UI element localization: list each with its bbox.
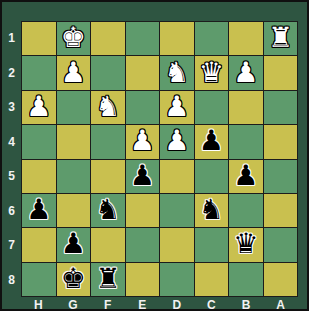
white-pawn: ♟ — [26, 93, 51, 122]
file-label-c: C — [194, 297, 229, 311]
square-f3[interactable]: ♞ — [91, 91, 125, 124]
black-knight: ♞ — [199, 196, 224, 225]
rank-label-6: 6 — [2, 194, 21, 229]
square-a2[interactable] — [264, 56, 298, 89]
white-pawn: ♟ — [130, 127, 155, 156]
square-d6[interactable] — [160, 194, 194, 227]
square-a4[interactable] — [264, 125, 298, 158]
square-h4[interactable] — [22, 125, 56, 158]
chess-board-frame: 12345678 ♚♜♟♞♛♟♟♞♟♟♟♟♟♟♟♞♞♟♛♚♜ HGFEDCBA — [0, 0, 309, 311]
square-c1[interactable] — [195, 22, 229, 55]
square-h2[interactable] — [22, 56, 56, 89]
square-b2[interactable]: ♟ — [229, 56, 263, 89]
black-rook: ♜ — [95, 265, 120, 294]
square-b1[interactable] — [229, 22, 263, 55]
black-pawn: ♟ — [26, 196, 51, 225]
square-c8[interactable] — [195, 263, 229, 296]
square-g7[interactable]: ♟ — [57, 228, 91, 261]
square-e8[interactable] — [126, 263, 160, 296]
square-f8[interactable]: ♜ — [91, 263, 125, 296]
square-b3[interactable] — [229, 91, 263, 124]
square-g1[interactable]: ♚ — [57, 22, 91, 55]
square-d2[interactable]: ♞ — [160, 56, 194, 89]
file-labels: HGFEDCBA — [21, 297, 298, 311]
square-f5[interactable] — [91, 160, 125, 193]
black-pawn: ♟ — [130, 162, 155, 191]
square-c2[interactable]: ♛ — [195, 56, 229, 89]
square-a1[interactable]: ♜ — [264, 22, 298, 55]
square-c5[interactable] — [195, 160, 229, 193]
white-pawn: ♟ — [164, 127, 189, 156]
square-a5[interactable] — [264, 160, 298, 193]
square-h7[interactable] — [22, 228, 56, 261]
square-f6[interactable]: ♞ — [91, 194, 125, 227]
square-e4[interactable]: ♟ — [126, 125, 160, 158]
square-c4[interactable]: ♟ — [195, 125, 229, 158]
black-knight: ♞ — [95, 196, 120, 225]
square-h6[interactable]: ♟ — [22, 194, 56, 227]
square-e5[interactable]: ♟ — [126, 160, 160, 193]
square-f2[interactable] — [91, 56, 125, 89]
square-e1[interactable] — [126, 22, 160, 55]
file-label-f: F — [90, 297, 125, 311]
square-d5[interactable] — [160, 160, 194, 193]
square-d3[interactable]: ♟ — [160, 91, 194, 124]
square-b5[interactable]: ♟ — [229, 160, 263, 193]
square-c6[interactable]: ♞ — [195, 194, 229, 227]
square-f1[interactable] — [91, 22, 125, 55]
square-b4[interactable] — [229, 125, 263, 158]
square-h8[interactable] — [22, 263, 56, 296]
white-pawn: ♟ — [61, 59, 86, 88]
square-d4[interactable]: ♟ — [160, 125, 194, 158]
square-d8[interactable] — [160, 263, 194, 296]
square-e7[interactable] — [126, 228, 160, 261]
square-g4[interactable] — [57, 125, 91, 158]
file-label-g: G — [56, 297, 91, 311]
file-label-b: B — [229, 297, 264, 311]
square-a6[interactable] — [264, 194, 298, 227]
file-label-e: E — [125, 297, 160, 311]
white-queen: ♛ — [199, 59, 224, 88]
file-label-h: H — [21, 297, 56, 311]
square-e2[interactable] — [126, 56, 160, 89]
square-b6[interactable] — [229, 194, 263, 227]
rank-label-7: 7 — [2, 228, 21, 263]
square-g5[interactable] — [57, 160, 91, 193]
square-e3[interactable] — [126, 91, 160, 124]
rank-label-8: 8 — [2, 263, 21, 298]
square-f7[interactable] — [91, 228, 125, 261]
rank-label-1: 1 — [2, 21, 21, 56]
white-rook: ♜ — [268, 24, 293, 53]
rank-label-2: 2 — [2, 56, 21, 91]
black-pawn: ♟ — [61, 230, 86, 259]
file-label-a: A — [263, 297, 298, 311]
white-king: ♚ — [61, 24, 86, 53]
square-c3[interactable] — [195, 91, 229, 124]
rank-label-4: 4 — [2, 125, 21, 160]
file-label-d: D — [160, 297, 195, 311]
white-pawn: ♟ — [164, 93, 189, 122]
square-b8[interactable] — [229, 263, 263, 296]
square-a8[interactable] — [264, 263, 298, 296]
black-king: ♚ — [61, 265, 86, 294]
square-h1[interactable] — [22, 22, 56, 55]
square-a3[interactable] — [264, 91, 298, 124]
square-f4[interactable] — [91, 125, 125, 158]
square-g3[interactable] — [57, 91, 91, 124]
white-knight: ♞ — [95, 93, 120, 122]
square-g8[interactable]: ♚ — [57, 263, 91, 296]
square-b7[interactable]: ♛ — [229, 228, 263, 261]
white-pawn: ♟ — [233, 59, 258, 88]
rank-label-3: 3 — [2, 90, 21, 125]
board: ♚♜♟♞♛♟♟♞♟♟♟♟♟♟♟♞♞♟♛♚♜ — [21, 21, 298, 297]
rank-label-5: 5 — [2, 159, 21, 194]
square-c7[interactable] — [195, 228, 229, 261]
black-pawn: ♟ — [199, 127, 224, 156]
white-knight: ♞ — [164, 59, 189, 88]
square-e6[interactable] — [126, 194, 160, 227]
rank-labels: 12345678 — [2, 21, 21, 297]
square-a7[interactable] — [264, 228, 298, 261]
black-pawn: ♟ — [233, 162, 258, 191]
square-g2[interactable]: ♟ — [57, 56, 91, 89]
square-g6[interactable] — [57, 194, 91, 227]
square-h3[interactable]: ♟ — [22, 91, 56, 124]
square-d1[interactable] — [160, 22, 194, 55]
black-queen: ♛ — [233, 230, 258, 259]
square-d7[interactable] — [160, 228, 194, 261]
square-h5[interactable] — [22, 160, 56, 193]
